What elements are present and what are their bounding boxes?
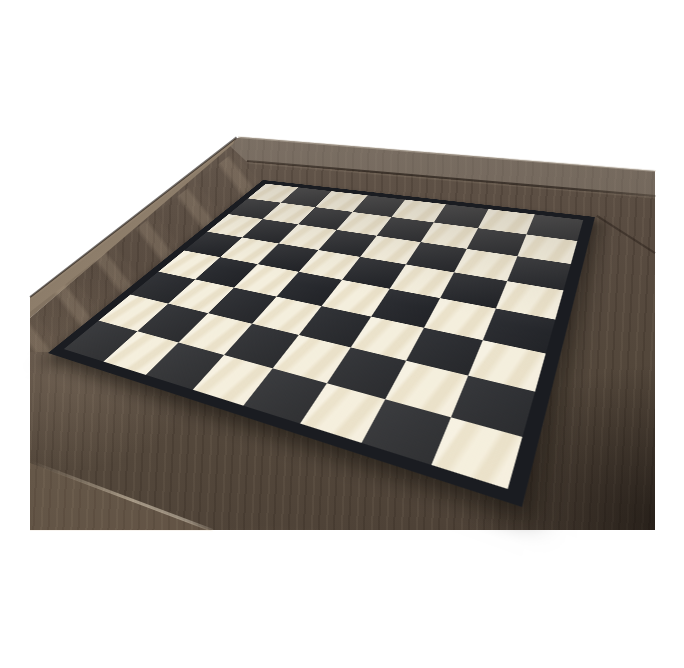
product-photo (0, 0, 684, 668)
